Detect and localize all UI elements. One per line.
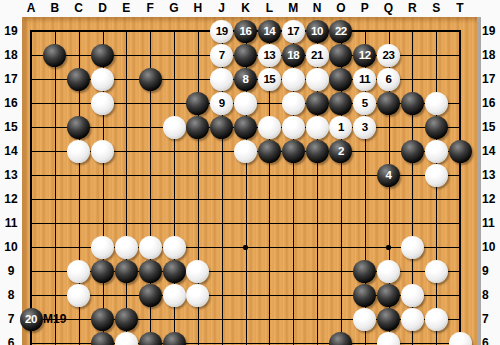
move-number: 10	[306, 20, 329, 43]
grid-line-col-T	[459, 30, 461, 345]
stone-Q18-move-23[interactable]: 23	[377, 44, 400, 67]
move-number: 7	[210, 44, 233, 67]
move-number: 20	[20, 308, 43, 331]
stone-Q8[interactable]	[377, 284, 400, 307]
column-label-M: M	[284, 1, 302, 16]
star-point-Q10	[386, 245, 391, 250]
stone-K19-move-16[interactable]: 16	[234, 20, 257, 43]
stone-H8[interactable]	[186, 284, 209, 307]
stone-J19-move-19[interactable]: 19	[210, 20, 233, 43]
stone-A7-move-20[interactable]: 20	[20, 308, 43, 331]
move-number: 23	[377, 44, 400, 67]
row-label-right-9: 9	[482, 263, 500, 279]
row-label-left-7: 7	[2, 311, 20, 327]
stone-N14[interactable]	[306, 140, 329, 163]
stone-G8[interactable]	[163, 284, 186, 307]
move-number: 12	[353, 44, 376, 67]
move-number: 9	[210, 92, 233, 115]
move-number: 22	[329, 20, 352, 43]
stone-C14[interactable]	[67, 140, 90, 163]
row-label-right-15: 15	[482, 119, 500, 135]
column-label-H: H	[189, 1, 207, 16]
move-number: 2	[329, 140, 352, 163]
stone-F17[interactable]	[139, 68, 162, 91]
column-label-L: L	[260, 1, 278, 16]
row-label-left-8: 8	[2, 287, 20, 303]
stone-P18-move-12[interactable]: 12	[353, 44, 376, 67]
stone-M19-move-17[interactable]: 17	[282, 20, 305, 43]
stone-M16[interactable]	[282, 92, 305, 115]
stone-L19-move-14[interactable]: 14	[258, 20, 281, 43]
stone-P17-move-11[interactable]: 11	[353, 68, 376, 91]
stone-H16[interactable]	[186, 92, 209, 115]
row-label-right-7: 7	[482, 311, 500, 327]
stone-M15[interactable]	[282, 116, 305, 139]
stone-B18[interactable]	[43, 44, 66, 67]
stone-R14[interactable]	[401, 140, 424, 163]
stone-D17[interactable]	[91, 68, 114, 91]
column-label-T: T	[451, 1, 469, 16]
grid-line-col-A	[30, 30, 32, 345]
stone-Q17-move-6[interactable]: 6	[377, 68, 400, 91]
stone-J18-move-7[interactable]: 7	[210, 44, 233, 67]
stone-D14[interactable]	[91, 140, 114, 163]
move-number: 4	[377, 164, 400, 187]
stone-F10[interactable]	[139, 236, 162, 259]
stone-R7[interactable]	[401, 308, 424, 331]
move-number: 6	[377, 68, 400, 91]
stone-L17-move-15[interactable]: 15	[258, 68, 281, 91]
stone-O18[interactable]	[329, 44, 352, 67]
board-right-edge-shadow	[477, 17, 481, 345]
row-label-left-13: 13	[2, 167, 20, 183]
grid-line-col-E	[126, 30, 127, 345]
grid-line-row-11	[30, 223, 461, 224]
go-board-screenshot: ABCDEFGHJKLMNOPQRST 19181716151413121110…	[0, 0, 500, 345]
row-label-right-19: 19	[482, 23, 500, 39]
row-label-right-18: 18	[482, 47, 500, 63]
move-number: 3	[353, 116, 376, 139]
row-label-left-17: 17	[2, 71, 20, 87]
star-point-K10	[243, 245, 248, 250]
column-label-K: K	[237, 1, 255, 16]
move-number: 21	[306, 44, 329, 67]
stone-E9[interactable]	[115, 260, 138, 283]
move-number: 8	[234, 68, 257, 91]
stone-C9[interactable]	[67, 260, 90, 283]
stone-S7[interactable]	[425, 308, 448, 331]
column-label-S: S	[427, 1, 445, 16]
stone-D7[interactable]	[91, 308, 114, 331]
move-number: 17	[282, 20, 305, 43]
move-number: 19	[210, 20, 233, 43]
row-label-left-6: 6	[2, 335, 20, 345]
column-label-J: J	[213, 1, 231, 16]
stone-O16[interactable]	[329, 92, 352, 115]
stone-Q9[interactable]	[377, 260, 400, 283]
stone-G10[interactable]	[163, 236, 186, 259]
stone-C17[interactable]	[67, 68, 90, 91]
grid-line-col-S	[436, 30, 437, 345]
stone-J16-move-9[interactable]: 9	[210, 92, 233, 115]
move-number: 1	[329, 116, 352, 139]
row-label-right-16: 16	[482, 95, 500, 111]
stone-N18-move-21[interactable]: 21	[306, 44, 329, 67]
stone-K18[interactable]	[234, 44, 257, 67]
stone-P8[interactable]	[353, 284, 376, 307]
column-label-A: A	[22, 1, 40, 16]
stone-K15[interactable]	[234, 116, 257, 139]
stone-L14[interactable]	[258, 140, 281, 163]
row-label-right-12: 12	[482, 191, 500, 207]
stone-P15-move-3[interactable]: 3	[353, 116, 376, 139]
grid-line-row-12	[30, 199, 461, 200]
column-label-O: O	[332, 1, 350, 16]
stone-C8[interactable]	[67, 284, 90, 307]
move-number: 5	[353, 92, 376, 115]
row-label-left-14: 14	[2, 143, 20, 159]
row-label-left-16: 16	[2, 95, 20, 111]
column-label-F: F	[141, 1, 159, 16]
stone-R16[interactable]	[401, 92, 424, 115]
stone-K16[interactable]	[234, 92, 257, 115]
row-label-left-11: 11	[2, 215, 20, 231]
row-label-right-8: 8	[482, 287, 500, 303]
stone-Q13-move-4[interactable]: 4	[377, 164, 400, 187]
row-label-left-15: 15	[2, 119, 20, 135]
row-label-left-18: 18	[2, 47, 20, 63]
row-label-right-11: 11	[482, 215, 500, 231]
stone-N16[interactable]	[306, 92, 329, 115]
column-label-E: E	[117, 1, 135, 16]
stone-K14[interactable]	[234, 140, 257, 163]
stone-H9[interactable]	[186, 260, 209, 283]
stone-P16-move-5[interactable]: 5	[353, 92, 376, 115]
stone-O14-move-2[interactable]: 2	[329, 140, 352, 163]
stone-M18-move-18[interactable]: 18	[282, 44, 305, 67]
row-label-right-17: 17	[482, 71, 500, 87]
stone-O17[interactable]	[329, 68, 352, 91]
grid-line-col-B	[55, 30, 56, 345]
column-label-C: C	[70, 1, 88, 16]
stone-J15[interactable]	[210, 116, 233, 139]
stone-S16[interactable]	[425, 92, 448, 115]
stone-Q7[interactable]	[377, 308, 400, 331]
row-label-right-10: 10	[482, 239, 500, 255]
stone-M17[interactable]	[282, 68, 305, 91]
stone-K17-move-8[interactable]: 8	[234, 68, 257, 91]
column-label-B: B	[46, 1, 64, 16]
stone-R10[interactable]	[401, 236, 424, 259]
stone-P9[interactable]	[353, 260, 376, 283]
column-label-N: N	[308, 1, 326, 16]
stone-S9[interactable]	[425, 260, 448, 283]
stone-O15-move-1[interactable]: 1	[329, 116, 352, 139]
row-label-left-10: 10	[2, 239, 20, 255]
column-label-D: D	[94, 1, 112, 16]
stone-S15[interactable]	[425, 116, 448, 139]
stone-C15[interactable]	[67, 116, 90, 139]
stone-G15[interactable]	[163, 116, 186, 139]
stone-M14[interactable]	[282, 140, 305, 163]
column-label-Q: Q	[380, 1, 398, 16]
row-label-left-9: 9	[2, 263, 20, 279]
move-number: 11	[353, 68, 376, 91]
stone-S14[interactable]	[425, 140, 448, 163]
move-number: 15	[258, 68, 281, 91]
stone-J17[interactable]	[210, 68, 233, 91]
stone-L18-move-13[interactable]: 13	[258, 44, 281, 67]
stone-T14[interactable]	[449, 140, 472, 163]
stone-R8[interactable]	[401, 284, 424, 307]
stone-H15[interactable]	[186, 116, 209, 139]
stone-D9[interactable]	[91, 260, 114, 283]
move-number: 14	[258, 20, 281, 43]
stone-G9[interactable]	[163, 260, 186, 283]
move-number: 13	[258, 44, 281, 67]
stone-E10[interactable]	[115, 236, 138, 259]
row-label-left-12: 12	[2, 191, 20, 207]
stone-L15[interactable]	[258, 116, 281, 139]
row-label-right-14: 14	[482, 143, 500, 159]
stone-F8[interactable]	[139, 284, 162, 307]
stone-N17[interactable]	[306, 68, 329, 91]
stone-P7[interactable]	[353, 308, 376, 331]
stone-D16[interactable]	[91, 92, 114, 115]
stone-O19-move-22[interactable]: 22	[329, 20, 352, 43]
stone-F9[interactable]	[139, 260, 162, 283]
move-number: 18	[282, 44, 305, 67]
column-label-P: P	[356, 1, 374, 16]
row-label-right-6: 6	[482, 335, 500, 345]
stone-D10[interactable]	[91, 236, 114, 259]
stone-E7[interactable]	[115, 308, 138, 331]
row-label-left-19: 19	[2, 23, 20, 39]
stone-N15[interactable]	[306, 116, 329, 139]
column-label-G: G	[165, 1, 183, 16]
stone-S13[interactable]	[425, 164, 448, 187]
stone-N19-move-10[interactable]: 10	[306, 20, 329, 43]
row-label-right-13: 13	[482, 167, 500, 183]
stone-D18[interactable]	[91, 44, 114, 67]
stone-Q16[interactable]	[377, 92, 400, 115]
move-number: 16	[234, 20, 257, 43]
column-label-R: R	[403, 1, 421, 16]
